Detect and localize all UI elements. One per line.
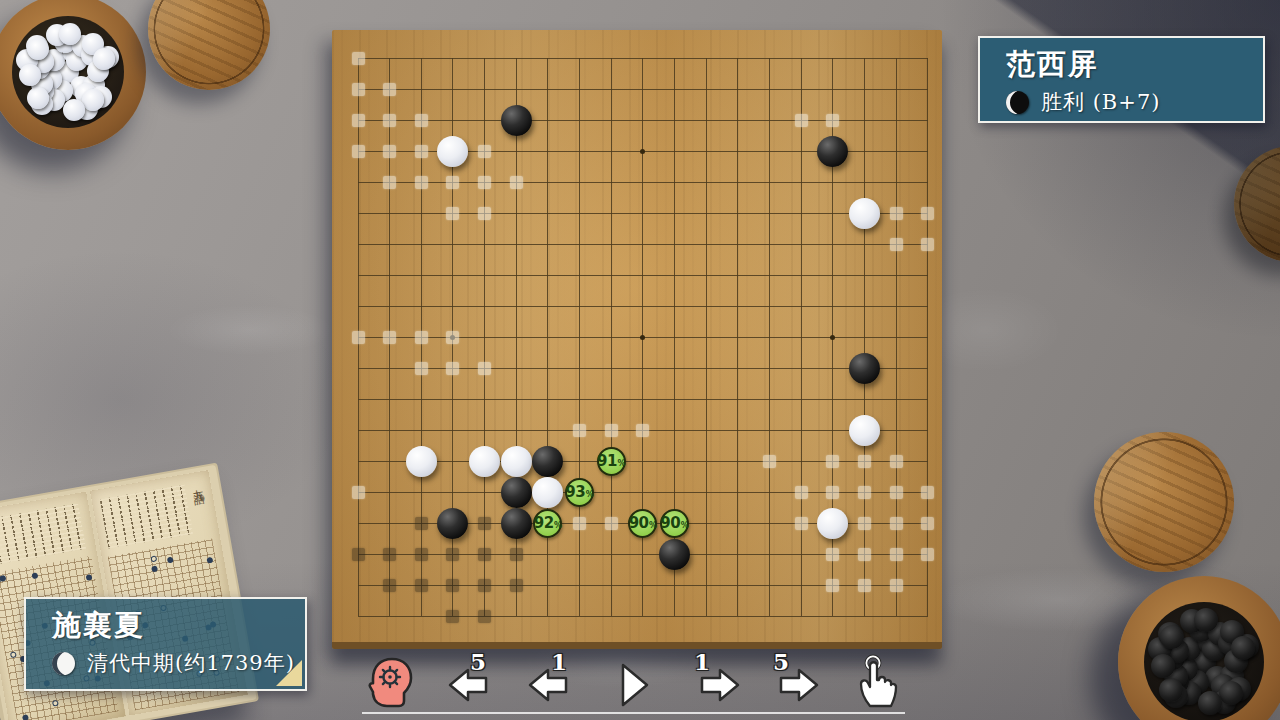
- white-territory-marker: [763, 455, 776, 468]
- white-territory-marker: [826, 114, 839, 127]
- white-territory-marker: [795, 114, 808, 127]
- star-point: [640, 149, 645, 154]
- white-stone: [406, 446, 437, 477]
- era-text: 清代中期(约1739年): [87, 649, 295, 677]
- grid-line-v: [864, 58, 865, 616]
- book-diagram-stone: [85, 574, 92, 581]
- grid-line-h: [358, 585, 928, 586]
- white-territory-marker: [383, 145, 396, 158]
- forward-one-count: 1: [694, 648, 710, 675]
- white-territory-marker: [446, 331, 459, 344]
- black-stone: [501, 105, 532, 136]
- black-stone-bowl: [1118, 576, 1280, 720]
- grid-line-h: [358, 616, 928, 617]
- book-diagram-stone: [52, 700, 59, 707]
- white-territory-marker: [510, 176, 523, 189]
- white-territory-marker: [921, 207, 934, 220]
- white-territory-marker: [478, 362, 491, 375]
- white-territory-marker: [890, 579, 903, 592]
- white-territory-marker: [415, 114, 428, 127]
- white-territory-marker: [890, 486, 903, 499]
- white-territory-marker: [352, 52, 365, 65]
- black-territory-marker: [446, 548, 459, 561]
- black-territory-marker: [446, 579, 459, 592]
- white-bowl-stone: [59, 23, 81, 45]
- white-territory-marker: [921, 548, 934, 561]
- bowl-lid-large: [1094, 432, 1234, 572]
- move-suggestion-badge[interactable]: 93%: [565, 478, 594, 507]
- black-stone: [437, 508, 468, 539]
- grid-line-v: [706, 58, 707, 616]
- white-territory-marker: [352, 114, 365, 127]
- white-bowl-stone: [93, 48, 115, 70]
- ai-hint-button[interactable]: [366, 656, 414, 710]
- white-territory-marker: [478, 176, 491, 189]
- white-territory-marker: [921, 517, 934, 530]
- bowl-lid-shadowed: [1234, 146, 1280, 262]
- white-territory-marker: [890, 455, 903, 468]
- black-stone-icon: [1006, 91, 1029, 114]
- white-territory-marker: [415, 331, 428, 344]
- white-bowl-stone: [63, 99, 85, 121]
- white-territory-marker: [383, 331, 396, 344]
- forward-five-count: 5: [773, 648, 789, 675]
- black-stone: [501, 477, 532, 508]
- white-territory-marker: [383, 176, 396, 189]
- white-stone: [501, 446, 532, 477]
- black-territory-marker: [352, 548, 365, 561]
- white-bowl-stone: [82, 89, 104, 111]
- white-territory-marker: [858, 579, 871, 592]
- white-stone-bowl: [0, 0, 146, 150]
- result-text: 胜利 (B+7): [1041, 88, 1160, 116]
- grid-line-v: [927, 58, 928, 616]
- back-five-count: 5: [470, 648, 486, 675]
- black-player-name: 范西屏: [1006, 45, 1263, 85]
- white-territory-marker: [890, 207, 903, 220]
- go-app-screen: { "game": "go", "board_size": 19, "resul…: [0, 0, 1280, 720]
- back-one-count: 1: [551, 648, 567, 675]
- book-diagram-stone: [152, 565, 159, 572]
- black-territory-marker: [415, 579, 428, 592]
- white-territory-marker: [415, 145, 428, 158]
- white-territory-marker: [890, 548, 903, 561]
- black-territory-marker: [415, 548, 428, 561]
- white-territory-marker: [352, 145, 365, 158]
- move-suggestion-badge[interactable]: 90%: [628, 509, 657, 538]
- black-territory-marker: [478, 517, 491, 530]
- book-diagram-stone: [32, 572, 39, 579]
- book-diagram-stone: [167, 556, 174, 563]
- white-territory-marker: [573, 424, 586, 437]
- move-suggestion-badge[interactable]: 90%: [660, 509, 689, 538]
- white-territory-marker: [383, 83, 396, 96]
- go-board[interactable]: 91%93%92%90%90%: [332, 30, 942, 649]
- white-territory-marker: [605, 424, 618, 437]
- white-territory-marker: [415, 362, 428, 375]
- white-territory-marker: [890, 238, 903, 251]
- black-territory-marker: [478, 579, 491, 592]
- white-territory-marker: [921, 238, 934, 251]
- black-territory-marker: [478, 610, 491, 623]
- black-bowl-stone: [1219, 681, 1243, 705]
- player-panel: 施襄夏 清代中期(约1739年): [24, 597, 307, 691]
- white-territory-marker: [478, 207, 491, 220]
- white-territory-marker: [826, 579, 839, 592]
- grid-line-v: [737, 58, 738, 616]
- black-territory-marker: [510, 548, 523, 561]
- white-stone: [532, 477, 563, 508]
- white-bowl-stone: [27, 87, 49, 109]
- white-territory-marker: [636, 424, 649, 437]
- white-territory-marker: [795, 486, 808, 499]
- timeline-bar[interactable]: [362, 712, 905, 714]
- star-point: [830, 335, 835, 340]
- white-player-name: 施襄夏: [52, 606, 305, 646]
- white-territory-marker: [352, 83, 365, 96]
- black-territory-marker: [415, 517, 428, 530]
- book-diagram-stone: [10, 652, 17, 659]
- book-diagram-stone: [0, 575, 6, 582]
- book-text-columns: [100, 484, 193, 548]
- white-territory-marker: [383, 114, 396, 127]
- white-stone: [849, 198, 880, 229]
- grid-line-h: [358, 554, 928, 555]
- book-diagram-stone: [22, 714, 29, 720]
- white-territory-marker: [446, 207, 459, 220]
- book-text-columns: [0, 503, 86, 565]
- bowl-lid: [148, 0, 270, 90]
- bowl-interior: [1144, 602, 1264, 720]
- black-stone: [659, 539, 690, 570]
- bowl-interior: [12, 16, 124, 128]
- white-territory-marker: [352, 331, 365, 344]
- white-territory-marker: [826, 548, 839, 561]
- grid-line-h: [358, 368, 928, 369]
- black-stone: [501, 508, 532, 539]
- grid-line-v: [769, 58, 770, 616]
- white-territory-marker: [858, 486, 871, 499]
- move-suggestion-badge[interactable]: 92%: [533, 509, 562, 538]
- white-territory-marker: [446, 362, 459, 375]
- white-territory-marker: [890, 517, 903, 530]
- black-bowl-stone: [1231, 636, 1255, 660]
- book-title-label: 九五譜: [187, 479, 203, 488]
- black-territory-marker: [478, 548, 491, 561]
- white-stone: [849, 415, 880, 446]
- white-territory-marker: [446, 176, 459, 189]
- black-territory-marker: [383, 579, 396, 592]
- black-stone: [532, 446, 563, 477]
- grid-line-v: [801, 58, 802, 616]
- grid-line-v: [896, 58, 897, 616]
- black-territory-marker: [383, 548, 396, 561]
- grid-line-h: [358, 461, 928, 462]
- white-territory-marker: [795, 517, 808, 530]
- white-territory-marker: [826, 486, 839, 499]
- white-territory-marker: [478, 145, 491, 158]
- white-territory-marker: [605, 517, 618, 530]
- play-button[interactable]: [620, 663, 650, 711]
- white-stone: [817, 508, 848, 539]
- white-stone-icon: [52, 652, 75, 675]
- black-bowl-stone: [1151, 654, 1175, 678]
- play-icon: [623, 665, 647, 705]
- black-stone: [817, 136, 848, 167]
- black-territory-marker: [446, 610, 459, 623]
- white-territory-marker: [573, 517, 586, 530]
- move-suggestion-badge[interactable]: 91%: [597, 447, 626, 476]
- grid-line-h: [358, 399, 928, 400]
- book-diagram-stone: [206, 556, 213, 563]
- white-stone: [469, 446, 500, 477]
- white-territory-marker: [858, 548, 871, 561]
- pointer-mode-button[interactable]: [852, 654, 898, 714]
- book-diagram-stone: [150, 555, 157, 562]
- black-territory-marker: [510, 579, 523, 592]
- white-territory-marker: [858, 455, 871, 468]
- panel-corner-fold[interactable]: [276, 660, 302, 686]
- white-territory-marker: [858, 517, 871, 530]
- white-stone: [437, 136, 468, 167]
- white-territory-marker: [352, 486, 365, 499]
- white-territory-marker: [415, 176, 428, 189]
- black-stone: [849, 353, 880, 384]
- white-territory-marker: [826, 455, 839, 468]
- grid-line-h: [358, 492, 928, 493]
- star-point: [640, 335, 645, 340]
- result-panel: 范西屏 胜利 (B+7): [978, 36, 1265, 123]
- black-bowl-stone: [1160, 625, 1184, 649]
- white-territory-marker: [921, 486, 934, 499]
